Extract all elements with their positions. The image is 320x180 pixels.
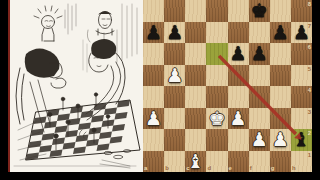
rank-label-5: 5: [308, 66, 311, 72]
square-c6[interactable]: [185, 43, 206, 65]
square-d5[interactable]: [206, 65, 227, 87]
square-d1[interactable]: d: [206, 151, 227, 173]
square-e2[interactable]: [228, 129, 249, 151]
file-label-b: b: [165, 165, 169, 171]
square-a8[interactable]: [143, 0, 164, 22]
square-e7[interactable]: [228, 22, 249, 44]
black-pawn-h7[interactable]: ♟: [291, 22, 312, 44]
square-h4[interactable]: 4: [291, 86, 312, 108]
rank-label-1: 1: [308, 152, 311, 158]
square-h6[interactable]: 6: [291, 43, 312, 65]
square-a7[interactable]: ♟: [143, 22, 164, 44]
square-d8[interactable]: [206, 0, 227, 22]
square-b2[interactable]: [164, 129, 185, 151]
white-bishop-c1[interactable]: ♝: [185, 151, 206, 173]
square-b7[interactable]: ♟: [164, 22, 185, 44]
square-e6[interactable]: ♟: [228, 43, 249, 65]
square-b3[interactable]: [164, 108, 185, 130]
square-h5[interactable]: 5: [291, 65, 312, 87]
square-a6[interactable]: [143, 43, 164, 65]
square-f6[interactable]: ♟: [249, 43, 270, 65]
square-e3[interactable]: ♟: [228, 108, 249, 130]
square-c7[interactable]: [185, 22, 206, 44]
square-f2[interactable]: ♟: [249, 129, 270, 151]
white-pawn-a3[interactable]: ♟: [143, 108, 164, 130]
square-h2[interactable]: 2♝: [291, 129, 312, 151]
rank-label-6: 6: [308, 44, 311, 50]
square-f8[interactable]: ♚: [249, 0, 270, 22]
file-label-d: d: [207, 165, 211, 171]
square-f3[interactable]: [249, 108, 270, 130]
square-d2[interactable]: [206, 129, 227, 151]
square-g5[interactable]: [270, 65, 291, 87]
file-label-e: e: [229, 165, 232, 171]
square-c3[interactable]: [185, 108, 206, 130]
square-b4[interactable]: [164, 86, 185, 108]
screenshot-stage: ♚8♟♟♟7♟♟♟6♟54♟♚♟3♟♟2♝abc♝defg1h: [0, 0, 320, 180]
white-pawn-e3[interactable]: ♟: [228, 108, 249, 130]
square-f4[interactable]: [249, 86, 270, 108]
square-b6[interactable]: [164, 43, 185, 65]
white-pawn-f2[interactable]: ♟: [249, 129, 270, 151]
black-bishop-h2[interactable]: ♝: [291, 129, 312, 151]
square-g6[interactable]: [270, 43, 291, 65]
rank-label-4: 4: [308, 87, 311, 93]
square-a5[interactable]: [143, 65, 164, 87]
square-a2[interactable]: [143, 129, 164, 151]
black-pawn-g7[interactable]: ♟: [270, 22, 291, 44]
square-g7[interactable]: ♟: [270, 22, 291, 44]
square-d7[interactable]: [206, 22, 227, 44]
vintage-chess-drawing: [8, 0, 143, 172]
square-d4[interactable]: [206, 86, 227, 108]
white-pawn-b5[interactable]: ♟: [164, 65, 185, 87]
rank-label-3: 3: [308, 109, 311, 115]
chess-board[interactable]: ♚8♟♟♟7♟♟♟6♟54♟♚♟3♟♟2♝abc♝defg1h: [143, 0, 312, 172]
square-e4[interactable]: [228, 86, 249, 108]
square-g8[interactable]: [270, 0, 291, 22]
black-pawn-a7[interactable]: ♟: [143, 22, 164, 44]
square-f1[interactable]: f: [249, 151, 270, 173]
square-e1[interactable]: e: [228, 151, 249, 173]
square-h3[interactable]: 3: [291, 108, 312, 130]
square-h1[interactable]: 1h: [291, 151, 312, 173]
black-king-f8[interactable]: ♚: [249, 0, 270, 22]
square-b8[interactable]: [164, 0, 185, 22]
square-c1[interactable]: c♝: [185, 151, 206, 173]
square-f7[interactable]: [249, 22, 270, 44]
square-d3[interactable]: ♚: [206, 108, 227, 130]
rank-label-8: 8: [308, 1, 311, 7]
white-pawn-g2[interactable]: ♟: [270, 129, 291, 151]
square-c5[interactable]: [185, 65, 206, 87]
square-b5[interactable]: ♟: [164, 65, 185, 87]
square-f5[interactable]: [249, 65, 270, 87]
square-h8[interactable]: 8: [291, 0, 312, 22]
square-c2[interactable]: [185, 129, 206, 151]
paper-background: [8, 0, 143, 172]
white-king-d3[interactable]: ♚: [206, 108, 227, 130]
square-c4[interactable]: [185, 86, 206, 108]
square-a3[interactable]: ♟: [143, 108, 164, 130]
square-b1[interactable]: b: [164, 151, 185, 173]
chess-board-wrap: ♚8♟♟♟7♟♟♟6♟54♟♚♟3♟♟2♝abc♝defg1h: [143, 0, 312, 172]
black-pawn-e6[interactable]: ♟: [228, 43, 249, 65]
square-g3[interactable]: [270, 108, 291, 130]
square-a4[interactable]: [143, 86, 164, 108]
vintage-drawing-panel: [8, 0, 143, 172]
square-c8[interactable]: [185, 0, 206, 22]
file-label-f: f: [250, 165, 252, 171]
black-pawn-f6[interactable]: ♟: [249, 43, 270, 65]
file-label-h: h: [292, 165, 296, 171]
edge-stripe: [8, 0, 10, 172]
square-e5[interactable]: [228, 65, 249, 87]
square-d6[interactable]: [206, 43, 227, 65]
square-a1[interactable]: a: [143, 151, 164, 173]
black-pawn-b7[interactable]: ♟: [164, 22, 185, 44]
square-g2[interactable]: ♟: [270, 129, 291, 151]
square-g1[interactable]: g: [270, 151, 291, 173]
file-label-g: g: [271, 165, 275, 171]
square-e8[interactable]: [228, 0, 249, 22]
file-label-a: a: [144, 165, 147, 171]
square-h7[interactable]: 7♟: [291, 22, 312, 44]
square-g4[interactable]: [270, 86, 291, 108]
